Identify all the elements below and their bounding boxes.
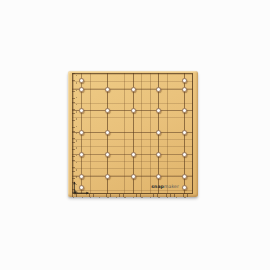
insert-hole xyxy=(105,87,110,92)
insert-hole xyxy=(105,108,110,113)
wasteboard: snapmaker xyxy=(68,71,198,197)
grid-emphasis-hline xyxy=(72,132,194,133)
insert-hole xyxy=(156,152,161,157)
insert-hole xyxy=(131,152,136,157)
insert-hole xyxy=(79,130,84,135)
snapmaker-logo: snapmaker xyxy=(151,184,179,189)
logo-text-light: maker xyxy=(164,184,179,189)
bottom-ruler-numbers xyxy=(73,197,193,198)
insert-hole xyxy=(131,87,136,92)
logo-text-bold: snap xyxy=(151,184,164,189)
origin-axes-icon xyxy=(68,179,94,196)
insert-hole xyxy=(156,174,161,179)
insert-hole xyxy=(105,174,110,179)
insert-hole xyxy=(79,78,84,83)
insert-hole xyxy=(105,130,110,135)
insert-hole xyxy=(105,152,110,157)
insert-hole xyxy=(131,174,136,179)
insert-hole xyxy=(182,174,187,179)
insert-hole xyxy=(182,152,187,157)
insert-hole xyxy=(131,108,136,113)
insert-hole xyxy=(182,185,187,190)
insert-hole xyxy=(79,152,84,157)
insert-hole xyxy=(182,130,187,135)
insert-hole xyxy=(182,78,187,83)
insert-hole xyxy=(156,130,161,135)
